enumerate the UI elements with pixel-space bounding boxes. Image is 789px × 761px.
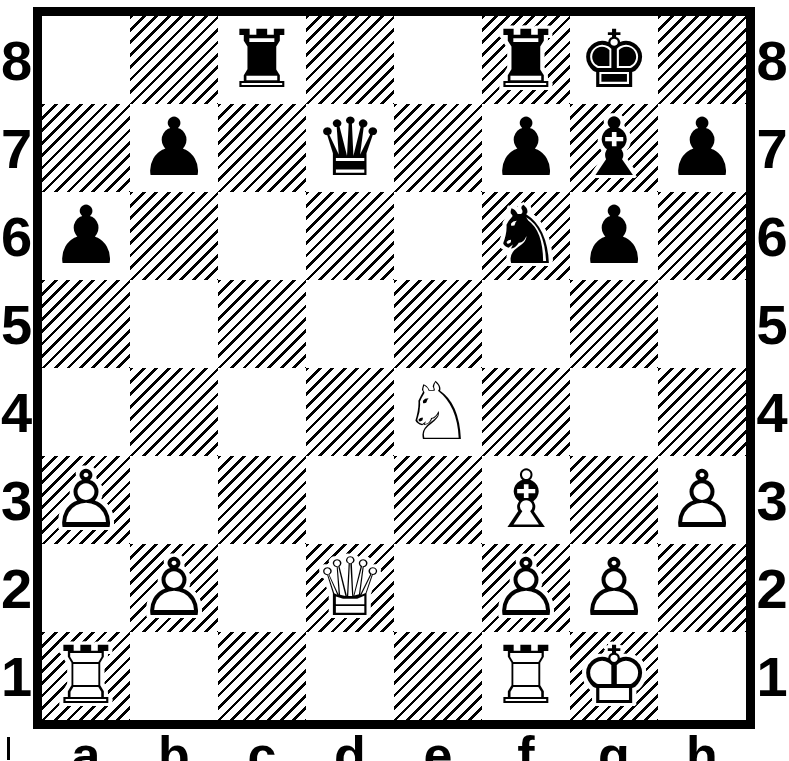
white-pawn: ♟♙ xyxy=(578,544,650,632)
square-c6 xyxy=(218,192,306,280)
square-g6: ♟ xyxy=(570,192,658,280)
rank-label-left-6: 6 xyxy=(0,192,33,280)
square-e3 xyxy=(394,456,482,544)
square-f3: ♝♗ xyxy=(482,456,570,544)
chess-board: ♜♜♚♟♛♟♝♟♟♞♟♞♘♟♙♝♗♟♙♟♙♛♕♟♙♟♙♜♖♜♖♚♔ xyxy=(33,7,755,729)
rank-label-right-2: 2 xyxy=(755,544,789,632)
square-b2: ♟♙ xyxy=(130,544,218,632)
file-label-f: f xyxy=(482,725,570,761)
file-labels: abcdefgh xyxy=(42,725,746,759)
file-label-d: d xyxy=(306,725,394,761)
square-a3: ♟♙ xyxy=(42,456,130,544)
white-rook: ♜♖ xyxy=(490,632,562,720)
piece-glyph: ♜ xyxy=(226,13,298,106)
square-h8 xyxy=(658,16,746,104)
square-e7 xyxy=(394,104,482,192)
square-b3 xyxy=(130,456,218,544)
square-f2: ♟♙ xyxy=(482,544,570,632)
square-b6 xyxy=(130,192,218,280)
square-f8: ♜ xyxy=(482,16,570,104)
square-f4 xyxy=(482,368,570,456)
white-knight: ♞♘ xyxy=(402,368,474,456)
square-a6: ♟ xyxy=(42,192,130,280)
rank-label-right-1: 1 xyxy=(755,632,789,720)
rank-label-left-1: 1 xyxy=(0,632,33,720)
file-label-h: h xyxy=(658,725,746,761)
piece-outline: ♙ xyxy=(490,541,562,634)
piece-outline: ♗ xyxy=(490,453,562,546)
white-pawn: ♟♙ xyxy=(50,456,122,544)
piece-outline: ♙ xyxy=(578,541,650,634)
square-c7 xyxy=(218,104,306,192)
square-f7: ♟ xyxy=(482,104,570,192)
square-g4 xyxy=(570,368,658,456)
black-pawn: ♟ xyxy=(578,192,650,280)
square-d8 xyxy=(306,16,394,104)
square-f5 xyxy=(482,280,570,368)
square-e6 xyxy=(394,192,482,280)
piece-glyph: ♟ xyxy=(138,101,210,194)
black-pawn: ♟ xyxy=(138,104,210,192)
white-pawn: ♟♙ xyxy=(666,456,738,544)
rank-labels-left: 87654321 xyxy=(0,16,33,720)
black-pawn: ♟ xyxy=(50,192,122,280)
rank-label-right-4: 4 xyxy=(755,368,789,456)
square-c1 xyxy=(218,632,306,720)
square-e2 xyxy=(394,544,482,632)
square-g8: ♚ xyxy=(570,16,658,104)
rank-label-left-8: 8 xyxy=(0,16,33,104)
piece-glyph: ♛ xyxy=(314,101,386,194)
square-a2 xyxy=(42,544,130,632)
square-g3 xyxy=(570,456,658,544)
white-bishop: ♝♗ xyxy=(490,456,562,544)
square-e5 xyxy=(394,280,482,368)
square-g5 xyxy=(570,280,658,368)
square-d2: ♛♕ xyxy=(306,544,394,632)
rank-label-left-5: 5 xyxy=(0,280,33,368)
square-e1 xyxy=(394,632,482,720)
rank-label-left-3: 3 xyxy=(0,456,33,544)
rank-label-left-2: 2 xyxy=(0,544,33,632)
square-f1: ♜♖ xyxy=(482,632,570,720)
square-a7 xyxy=(42,104,130,192)
scan-artifact-tick xyxy=(7,737,10,760)
piece-glyph: ♞ xyxy=(490,189,562,282)
square-h2 xyxy=(658,544,746,632)
square-a8 xyxy=(42,16,130,104)
rank-label-right-6: 6 xyxy=(755,192,789,280)
square-b8 xyxy=(130,16,218,104)
piece-outline: ♘ xyxy=(402,365,474,458)
square-e8 xyxy=(394,16,482,104)
square-d7: ♛ xyxy=(306,104,394,192)
rank-labels-right: 87654321 xyxy=(755,16,789,720)
piece-outline: ♔ xyxy=(578,629,650,722)
rank-label-right-5: 5 xyxy=(755,280,789,368)
square-c5 xyxy=(218,280,306,368)
file-label-e: e xyxy=(394,725,482,761)
square-d5 xyxy=(306,280,394,368)
square-h6 xyxy=(658,192,746,280)
square-a5 xyxy=(42,280,130,368)
piece-outline: ♖ xyxy=(50,629,122,722)
square-d3 xyxy=(306,456,394,544)
square-a4 xyxy=(42,368,130,456)
black-pawn: ♟ xyxy=(666,104,738,192)
white-queen: ♛♕ xyxy=(314,544,386,632)
file-label-g: g xyxy=(570,725,658,761)
file-label-b: b xyxy=(130,725,218,761)
square-c4 xyxy=(218,368,306,456)
piece-outline: ♖ xyxy=(490,629,562,722)
white-pawn: ♟♙ xyxy=(490,544,562,632)
rank-label-right-7: 7 xyxy=(755,104,789,192)
file-label-a: a xyxy=(42,725,130,761)
square-e4: ♞♘ xyxy=(394,368,482,456)
piece-glyph: ♟ xyxy=(666,101,738,194)
square-d6 xyxy=(306,192,394,280)
piece-glyph: ♜ xyxy=(490,13,562,106)
square-b7: ♟ xyxy=(130,104,218,192)
white-pawn: ♟♙ xyxy=(138,544,210,632)
square-f6: ♞ xyxy=(482,192,570,280)
square-b1 xyxy=(130,632,218,720)
piece-outline: ♙ xyxy=(666,453,738,546)
square-h7: ♟ xyxy=(658,104,746,192)
square-h3: ♟♙ xyxy=(658,456,746,544)
chess-diagram-page: 87654321 ♜♜♚♟♛♟♝♟♟♞♟♞♘♟♙♝♗♟♙♟♙♛♕♟♙♟♙♜♖♜♖… xyxy=(0,0,789,761)
white-rook: ♜♖ xyxy=(50,632,122,720)
black-bishop: ♝ xyxy=(578,104,650,192)
piece-glyph: ♟ xyxy=(578,189,650,282)
rank-label-left-7: 7 xyxy=(0,104,33,192)
black-rook: ♜ xyxy=(226,16,298,104)
square-h4 xyxy=(658,368,746,456)
piece-outline: ♙ xyxy=(138,541,210,634)
piece-glyph: ♚ xyxy=(578,13,650,106)
square-c3 xyxy=(218,456,306,544)
square-b5 xyxy=(130,280,218,368)
rank-label-right-8: 8 xyxy=(755,16,789,104)
square-b4 xyxy=(130,368,218,456)
piece-outline: ♙ xyxy=(50,453,122,546)
black-knight: ♞ xyxy=(490,192,562,280)
square-d4 xyxy=(306,368,394,456)
rank-label-left-4: 4 xyxy=(0,368,33,456)
rank-label-right-3: 3 xyxy=(755,456,789,544)
black-pawn: ♟ xyxy=(490,104,562,192)
square-g1: ♚♔ xyxy=(570,632,658,720)
white-king: ♚♔ xyxy=(578,632,650,720)
black-rook: ♜ xyxy=(490,16,562,104)
square-c2 xyxy=(218,544,306,632)
square-c8: ♜ xyxy=(218,16,306,104)
piece-glyph: ♝ xyxy=(578,101,650,194)
piece-glyph: ♟ xyxy=(50,189,122,282)
square-d1 xyxy=(306,632,394,720)
black-queen: ♛ xyxy=(314,104,386,192)
piece-outline: ♕ xyxy=(314,541,386,634)
square-g2: ♟♙ xyxy=(570,544,658,632)
file-label-c: c xyxy=(218,725,306,761)
square-g7: ♝ xyxy=(570,104,658,192)
piece-glyph: ♟ xyxy=(490,101,562,194)
black-king: ♚ xyxy=(578,16,650,104)
square-h1 xyxy=(658,632,746,720)
square-h5 xyxy=(658,280,746,368)
square-a1: ♜♖ xyxy=(42,632,130,720)
